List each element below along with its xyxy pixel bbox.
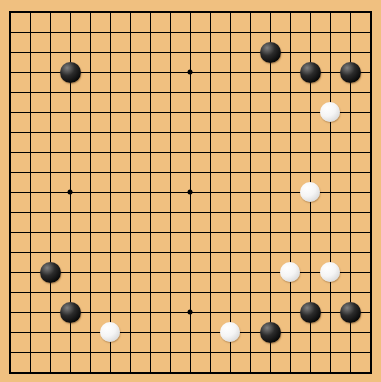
intersection[interactable] [280,342,300,362]
intersection[interactable] [160,202,180,222]
intersection[interactable] [280,322,300,342]
intersection[interactable] [340,102,360,122]
intersection[interactable] [140,42,160,62]
intersection[interactable] [20,182,40,202]
intersection[interactable] [240,162,260,182]
intersection[interactable] [360,82,380,102]
intersection[interactable] [280,282,300,302]
intersection[interactable] [120,242,140,262]
intersection[interactable] [60,62,80,82]
intersection[interactable] [160,222,180,242]
intersection[interactable] [180,362,200,382]
intersection[interactable] [60,242,80,262]
intersection[interactable] [140,122,160,142]
intersection[interactable] [300,302,320,322]
intersection[interactable] [240,82,260,102]
intersection[interactable] [40,342,60,362]
intersection[interactable] [240,322,260,342]
intersection[interactable] [60,22,80,42]
intersection[interactable] [20,282,40,302]
intersection[interactable] [240,362,260,382]
intersection[interactable] [280,242,300,262]
intersection[interactable] [160,22,180,42]
intersection[interactable] [60,82,80,102]
intersection[interactable] [320,202,340,222]
intersection[interactable] [40,102,60,122]
intersection[interactable] [300,322,320,342]
intersection[interactable] [300,342,320,362]
intersection[interactable] [120,62,140,82]
intersection[interactable] [0,102,20,122]
intersection[interactable] [260,102,280,122]
intersection[interactable] [200,142,220,162]
intersection[interactable] [280,62,300,82]
intersection[interactable] [220,242,240,262]
intersection[interactable] [140,162,160,182]
intersection[interactable] [280,162,300,182]
intersection[interactable] [180,182,200,202]
intersection[interactable] [200,182,220,202]
intersection[interactable] [200,302,220,322]
intersection[interactable] [140,342,160,362]
intersection[interactable] [0,142,20,162]
intersection[interactable] [220,342,240,362]
intersection[interactable] [180,222,200,242]
intersection[interactable] [160,262,180,282]
intersection[interactable] [340,222,360,242]
intersection[interactable] [280,42,300,62]
intersection[interactable] [280,202,300,222]
intersection[interactable] [120,362,140,382]
intersection[interactable] [260,82,280,102]
intersection[interactable] [360,22,380,42]
intersection[interactable] [20,242,40,262]
intersection[interactable] [260,162,280,182]
intersection[interactable] [60,322,80,342]
intersection[interactable] [240,142,260,162]
intersection[interactable] [40,82,60,102]
intersection[interactable] [280,82,300,102]
intersection[interactable] [80,182,100,202]
intersection[interactable] [180,242,200,262]
intersection[interactable] [240,202,260,222]
intersection[interactable] [300,242,320,262]
intersection[interactable] [360,342,380,362]
intersection[interactable] [100,42,120,62]
intersection[interactable] [80,82,100,102]
intersection[interactable] [160,102,180,122]
intersection[interactable] [220,42,240,62]
intersection[interactable] [180,82,200,102]
intersection[interactable] [340,242,360,262]
intersection[interactable] [100,2,120,22]
intersection[interactable] [360,222,380,242]
intersection[interactable] [360,282,380,302]
intersection[interactable] [100,142,120,162]
intersection[interactable] [0,362,20,382]
intersection[interactable] [140,142,160,162]
intersection[interactable] [100,162,120,182]
intersection[interactable] [260,22,280,42]
intersection[interactable] [240,122,260,142]
intersection[interactable] [180,62,200,82]
intersection[interactable] [80,142,100,162]
intersection[interactable] [260,242,280,262]
intersection[interactable] [140,302,160,322]
intersection[interactable] [40,222,60,242]
intersection[interactable] [260,282,280,302]
intersection[interactable] [240,342,260,362]
intersection[interactable] [160,62,180,82]
intersection[interactable] [360,302,380,322]
intersection[interactable] [120,302,140,322]
intersection[interactable] [200,42,220,62]
intersection[interactable] [180,342,200,362]
intersection[interactable] [180,322,200,342]
intersection[interactable] [20,102,40,122]
intersection[interactable] [100,262,120,282]
intersection[interactable] [240,262,260,282]
intersection[interactable] [120,182,140,202]
intersection[interactable] [220,222,240,242]
intersection[interactable] [140,22,160,42]
intersection[interactable] [0,122,20,142]
intersection[interactable] [360,362,380,382]
intersection[interactable] [180,202,200,222]
intersection[interactable] [120,102,140,122]
intersection[interactable] [200,162,220,182]
intersection[interactable] [280,182,300,202]
intersection[interactable] [0,82,20,102]
intersection[interactable] [360,142,380,162]
intersection[interactable] [100,302,120,322]
intersection[interactable] [360,182,380,202]
intersection[interactable] [0,282,20,302]
intersection[interactable] [140,82,160,102]
intersection[interactable] [200,2,220,22]
intersection[interactable] [20,42,40,62]
intersection[interactable] [20,342,40,362]
intersection[interactable] [120,42,140,62]
intersection[interactable] [180,22,200,42]
intersection[interactable] [320,242,340,262]
intersection[interactable] [180,302,200,322]
intersection[interactable] [340,122,360,142]
intersection[interactable] [260,2,280,22]
intersection[interactable] [340,142,360,162]
intersection[interactable] [100,322,120,342]
intersection[interactable] [0,182,20,202]
intersection[interactable] [300,2,320,22]
intersection[interactable] [180,262,200,282]
intersection[interactable] [60,342,80,362]
intersection[interactable] [20,2,40,22]
intersection[interactable] [320,222,340,242]
intersection[interactable] [320,262,340,282]
intersection[interactable] [280,102,300,122]
intersection[interactable] [340,42,360,62]
intersection[interactable] [160,322,180,342]
intersection[interactable] [200,102,220,122]
intersection[interactable] [220,2,240,22]
intersection[interactable] [180,282,200,302]
intersection[interactable] [300,142,320,162]
intersection[interactable] [20,162,40,182]
intersection[interactable] [100,62,120,82]
intersection[interactable] [260,42,280,62]
intersection[interactable] [100,202,120,222]
intersection[interactable] [220,82,240,102]
intersection[interactable] [60,182,80,202]
intersection[interactable] [100,82,120,102]
intersection[interactable] [320,162,340,182]
intersection[interactable] [40,122,60,142]
intersection[interactable] [80,242,100,262]
intersection[interactable] [40,202,60,222]
intersection[interactable] [0,262,20,282]
intersection[interactable] [300,282,320,302]
intersection[interactable] [340,62,360,82]
intersection[interactable] [320,282,340,302]
intersection[interactable] [120,202,140,222]
intersection[interactable] [340,282,360,302]
intersection[interactable] [140,282,160,302]
intersection[interactable] [0,42,20,62]
intersection[interactable] [40,142,60,162]
intersection[interactable] [240,222,260,242]
intersection[interactable] [140,182,160,202]
intersection[interactable] [20,82,40,102]
intersection[interactable] [320,342,340,362]
intersection[interactable] [260,262,280,282]
intersection[interactable] [220,102,240,122]
intersection[interactable] [320,2,340,22]
intersection[interactable] [200,322,220,342]
intersection[interactable] [200,202,220,222]
intersection[interactable] [260,182,280,202]
intersection[interactable] [200,282,220,302]
intersection[interactable] [100,282,120,302]
intersection[interactable] [140,262,160,282]
intersection[interactable] [260,62,280,82]
intersection[interactable] [320,82,340,102]
intersection[interactable] [160,122,180,142]
intersection[interactable] [300,262,320,282]
intersection[interactable] [80,282,100,302]
intersection[interactable] [120,162,140,182]
intersection[interactable] [80,222,100,242]
intersection[interactable] [220,182,240,202]
intersection[interactable] [300,222,320,242]
intersection[interactable] [340,262,360,282]
intersection[interactable] [220,62,240,82]
intersection[interactable] [0,202,20,222]
intersection[interactable] [340,182,360,202]
intersection[interactable] [40,362,60,382]
intersection[interactable] [340,302,360,322]
intersection[interactable] [180,42,200,62]
intersection[interactable] [160,282,180,302]
intersection[interactable] [0,322,20,342]
intersection[interactable] [340,2,360,22]
intersection[interactable] [200,242,220,262]
intersection[interactable] [240,282,260,302]
intersection[interactable] [40,22,60,42]
intersection[interactable] [320,102,340,122]
intersection[interactable] [80,102,100,122]
intersection[interactable] [360,322,380,342]
intersection[interactable] [100,362,120,382]
intersection[interactable] [320,122,340,142]
intersection[interactable] [280,122,300,142]
intersection[interactable] [0,2,20,22]
intersection[interactable] [140,102,160,122]
intersection[interactable] [300,162,320,182]
intersection[interactable] [320,42,340,62]
intersection[interactable] [360,262,380,282]
intersection[interactable] [220,362,240,382]
intersection[interactable] [320,142,340,162]
intersection[interactable] [300,182,320,202]
intersection[interactable] [40,282,60,302]
intersection[interactable] [80,62,100,82]
intersection[interactable] [240,102,260,122]
intersection[interactable] [200,62,220,82]
intersection[interactable] [60,202,80,222]
intersection[interactable] [260,342,280,362]
intersection[interactable] [80,362,100,382]
intersection[interactable] [160,162,180,182]
intersection[interactable] [100,102,120,122]
intersection[interactable] [140,362,160,382]
intersection[interactable] [120,322,140,342]
intersection[interactable] [240,242,260,262]
intersection[interactable] [280,22,300,42]
intersection[interactable] [40,262,60,282]
intersection[interactable] [120,342,140,362]
intersection[interactable] [160,342,180,362]
intersection[interactable] [40,322,60,342]
intersection[interactable] [300,82,320,102]
intersection[interactable] [160,182,180,202]
intersection[interactable] [340,22,360,42]
intersection[interactable] [100,242,120,262]
intersection[interactable] [180,162,200,182]
intersection[interactable] [80,302,100,322]
intersection[interactable] [340,342,360,362]
intersection[interactable] [160,42,180,62]
intersection[interactable] [20,142,40,162]
intersection[interactable] [360,2,380,22]
intersection[interactable] [120,2,140,22]
intersection[interactable] [260,142,280,162]
intersection[interactable] [60,102,80,122]
intersection[interactable] [220,122,240,142]
intersection[interactable] [60,302,80,322]
intersection[interactable] [160,2,180,22]
intersection[interactable] [40,62,60,82]
intersection[interactable] [120,142,140,162]
intersection[interactable] [120,22,140,42]
intersection[interactable] [100,342,120,362]
intersection[interactable] [20,362,40,382]
intersection[interactable] [240,22,260,42]
intersection[interactable] [60,2,80,22]
intersection[interactable] [260,302,280,322]
intersection[interactable] [240,182,260,202]
intersection[interactable] [200,262,220,282]
intersection[interactable] [160,362,180,382]
intersection[interactable] [320,302,340,322]
intersection[interactable] [0,302,20,322]
intersection[interactable] [340,202,360,222]
intersection[interactable] [360,42,380,62]
intersection[interactable] [60,282,80,302]
intersection[interactable] [220,142,240,162]
intersection[interactable] [120,262,140,282]
intersection[interactable] [200,122,220,142]
intersection[interactable] [360,102,380,122]
intersection[interactable] [320,362,340,382]
intersection[interactable] [280,362,300,382]
intersection[interactable] [220,262,240,282]
intersection[interactable] [60,42,80,62]
intersection[interactable] [0,162,20,182]
intersection[interactable] [240,302,260,322]
intersection[interactable] [140,62,160,82]
intersection[interactable] [80,2,100,22]
intersection[interactable] [240,2,260,22]
intersection[interactable] [160,242,180,262]
intersection[interactable] [60,262,80,282]
intersection[interactable] [360,162,380,182]
intersection[interactable] [300,102,320,122]
intersection[interactable] [20,322,40,342]
intersection[interactable] [320,182,340,202]
intersection[interactable] [60,122,80,142]
intersection[interactable] [180,142,200,162]
intersection[interactable] [20,122,40,142]
intersection[interactable] [40,302,60,322]
intersection[interactable] [220,282,240,302]
intersection[interactable] [0,62,20,82]
intersection[interactable] [180,122,200,142]
intersection[interactable] [80,342,100,362]
intersection[interactable] [340,162,360,182]
intersection[interactable] [220,202,240,222]
intersection[interactable] [200,22,220,42]
intersection[interactable] [320,322,340,342]
intersection[interactable] [320,22,340,42]
intersection[interactable] [140,2,160,22]
intersection[interactable] [0,342,20,362]
intersection[interactable] [120,282,140,302]
intersection[interactable] [160,82,180,102]
intersection[interactable] [20,62,40,82]
intersection[interactable] [360,202,380,222]
intersection[interactable] [340,322,360,342]
intersection[interactable] [20,202,40,222]
intersection[interactable] [80,322,100,342]
intersection[interactable] [140,202,160,222]
intersection[interactable] [180,102,200,122]
intersection[interactable] [20,22,40,42]
intersection[interactable] [100,222,120,242]
intersection[interactable] [260,362,280,382]
intersection[interactable] [240,62,260,82]
intersection[interactable] [340,362,360,382]
intersection[interactable] [260,122,280,142]
